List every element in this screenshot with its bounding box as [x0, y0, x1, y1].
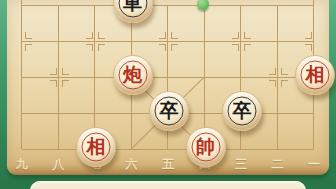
- piece-character: 帥: [187, 137, 225, 156]
- piece-character: 炮: [114, 65, 152, 84]
- point-marker: [171, 44, 178, 51]
- app-frame: 九八七六五四三二一車炮相卒卒相帥: [0, 0, 336, 189]
- point-marker: [232, 44, 239, 51]
- grid-line: [22, 149, 314, 150]
- piece-red-elephant[interactable]: 相: [295, 55, 335, 95]
- piece-red-cannon[interactable]: 炮: [113, 55, 153, 95]
- point-marker: [62, 68, 69, 75]
- point-marker: [50, 80, 57, 87]
- piece-red-general[interactable]: 帥: [186, 127, 226, 167]
- point-marker: [281, 80, 288, 87]
- bottom-panel: [30, 181, 306, 189]
- piece-character: 車: [114, 0, 152, 12]
- piece-character: 相: [77, 137, 115, 156]
- point-marker: [86, 32, 93, 39]
- file-label: 二: [267, 156, 289, 173]
- point-marker: [269, 68, 276, 75]
- point-marker: [244, 32, 251, 39]
- point-marker: [62, 80, 69, 87]
- point-marker: [98, 32, 105, 39]
- file-label: 三: [230, 156, 252, 173]
- point-marker: [232, 32, 239, 39]
- grid-line: [21, 0, 22, 149]
- piece-character: 卒: [223, 101, 261, 120]
- point-marker: [159, 44, 166, 51]
- piece-character: 相: [296, 65, 334, 84]
- point-marker: [50, 68, 57, 75]
- grid-line: [22, 5, 314, 6]
- file-label: 八: [48, 156, 70, 173]
- point-marker: [159, 32, 166, 39]
- point-marker: [86, 44, 93, 51]
- grid-line: [277, 5, 278, 149]
- piece-black-soldier[interactable]: 卒: [222, 91, 262, 131]
- grid-line: [58, 5, 59, 149]
- file-label: 九: [11, 156, 33, 173]
- point-marker: [305, 44, 312, 51]
- point-marker: [25, 32, 32, 39]
- point-marker: [244, 44, 251, 51]
- piece-character: 卒: [150, 101, 188, 120]
- piece-black-soldier[interactable]: 卒: [149, 91, 189, 131]
- piece-red-elephant[interactable]: 相: [76, 127, 116, 167]
- point-marker: [269, 80, 276, 87]
- file-label: 六: [121, 156, 143, 173]
- point-marker: [281, 68, 288, 75]
- point-marker: [25, 44, 32, 51]
- file-label: 一: [303, 156, 325, 173]
- file-label: 五: [157, 156, 179, 173]
- board[interactable]: 九八七六五四三二一車炮相卒卒相帥: [7, 0, 329, 167]
- point-marker: [305, 32, 312, 39]
- point-marker: [98, 44, 105, 51]
- last-move-dot: [197, 0, 209, 10]
- point-marker: [171, 32, 178, 39]
- piece-black-chariot[interactable]: 車: [113, 0, 153, 23]
